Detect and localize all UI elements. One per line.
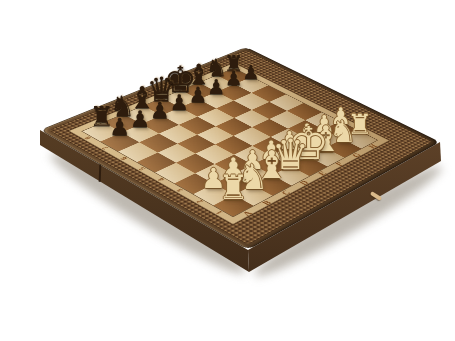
piece-black-pawn[interactable]: ♟	[207, 77, 225, 98]
piece-black-pawn[interactable]: ♟	[188, 84, 207, 105]
piece-black-pawn[interactable]: ♟	[225, 70, 243, 90]
piece-black-pawn[interactable]: ♟	[130, 108, 151, 131]
piece-black-pawn[interactable]: ♟	[169, 92, 189, 114]
photo-background: 12345678ABCDEFGH ♜♞♝♛♚♝♞♜♟♟♟♟♟♟♟♟♟♟♟♟♟♟♟…	[0, 0, 455, 341]
piece-white-rook[interactable]: ♜	[218, 171, 248, 205]
piece-black-pawn[interactable]: ♟	[242, 63, 259, 82]
piece-black-pawn[interactable]: ♟	[150, 100, 170, 122]
piece-black-pawn[interactable]: ♟	[109, 116, 130, 140]
